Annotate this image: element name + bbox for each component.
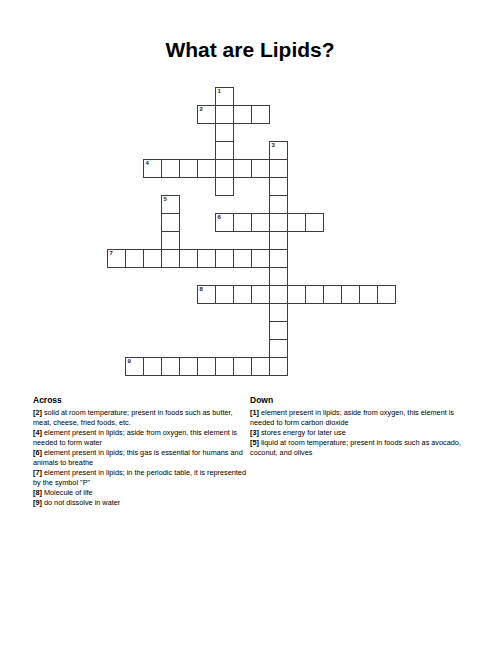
grid-cell[interactable] [233, 105, 252, 124]
clue-number: [8] [33, 488, 42, 497]
clue-text: element present in lipids; aside from ox… [250, 408, 454, 427]
grid-cell[interactable] [215, 285, 234, 304]
clue-text: Molecule of life [44, 488, 93, 497]
grid-cell[interactable] [161, 213, 180, 232]
clue-number: [5] [250, 438, 259, 447]
clue-text: solid at room temperature; present in fo… [33, 408, 233, 427]
clue-text: stores energy for later use [261, 428, 346, 437]
clue-number: [6] [33, 448, 42, 457]
across-clues: Across [2] solid at room temperature; pr… [33, 395, 249, 508]
cell-number: 8 [200, 286, 203, 293]
grid-cell[interactable] [269, 267, 288, 286]
clue-number: [9] [33, 498, 42, 507]
crossword-grid: 123456789 [107, 87, 396, 376]
grid-cell[interactable] [197, 159, 216, 178]
grid-cell[interactable] [125, 249, 144, 268]
clue-text: element present in lipids; this gas is e… [33, 448, 243, 467]
clue-item: [8] Molecule of life [33, 488, 249, 498]
grid-cell[interactable]: 5 [161, 195, 180, 214]
cell-number: 3 [272, 142, 275, 149]
grid-cell[interactable]: 1 [215, 87, 234, 106]
grid-cell[interactable] [143, 249, 162, 268]
grid-cell[interactable] [251, 285, 270, 304]
down-clues-header: Down [250, 395, 468, 405]
grid-cell[interactable] [161, 231, 180, 250]
across-clues-header: Across [33, 395, 249, 405]
clue-item: [3] stores energy for later use [250, 428, 468, 438]
grid-cell[interactable] [215, 141, 234, 160]
cell-number: 9 [128, 358, 131, 365]
grid-cell[interactable] [377, 285, 396, 304]
grid-cell[interactable] [269, 285, 288, 304]
grid-cell[interactable] [269, 159, 288, 178]
clue-item: [1] element present in lipids; aside fro… [250, 408, 468, 428]
clue-item: [9] do not dissolve in water [33, 498, 249, 508]
grid-cell[interactable] [251, 249, 270, 268]
clue-number: [7] [33, 468, 42, 477]
clue-item: [6] element present in lipids; this gas … [33, 448, 249, 468]
cell-number: 6 [218, 214, 221, 221]
grid-cell[interactable]: 7 [107, 249, 126, 268]
grid-cell[interactable] [287, 285, 306, 304]
grid-cell[interactable] [197, 249, 216, 268]
grid-cell[interactable] [215, 123, 234, 142]
clue-text: do not dissolve in water [44, 498, 120, 507]
grid-cell[interactable] [269, 177, 288, 196]
grid-cell[interactable] [269, 339, 288, 358]
grid-cell[interactable] [269, 303, 288, 322]
cell-number: 2 [200, 106, 203, 113]
grid-cell[interactable] [251, 213, 270, 232]
grid-cell[interactable] [251, 357, 270, 376]
cell-number: 1 [218, 88, 221, 95]
grid-cell[interactable] [269, 249, 288, 268]
grid-cell[interactable] [359, 285, 378, 304]
grid-cell[interactable] [269, 231, 288, 250]
grid-cell[interactable] [269, 195, 288, 214]
grid-cell[interactable] [215, 177, 234, 196]
grid-cell[interactable] [161, 159, 180, 178]
clue-text: element present in lipids; in the period… [33, 468, 246, 487]
cell-number: 4 [146, 160, 149, 167]
clue-item: [4] element present in lipids; aside fro… [33, 428, 249, 448]
across-clues-list: [2] solid at room temperature; present i… [33, 408, 249, 508]
clue-number: [3] [250, 428, 259, 437]
grid-cell[interactable]: 2 [197, 105, 216, 124]
grid-cell[interactable] [233, 159, 252, 178]
grid-cell[interactable] [269, 213, 288, 232]
grid-cell[interactable] [305, 285, 324, 304]
grid-cell[interactable] [287, 213, 306, 232]
grid-cell[interactable] [251, 159, 270, 178]
grid-cell[interactable] [143, 357, 162, 376]
down-clues-list: [1] element present in lipids; aside fro… [250, 408, 468, 458]
clue-item: [5] liquid at room temperature; present … [250, 438, 468, 458]
clue-text: liquid at room temperature; present in f… [250, 438, 461, 457]
down-clues: Down [1] element present in lipids; asid… [250, 395, 468, 458]
grid-cell[interactable] [215, 159, 234, 178]
clue-number: [2] [33, 408, 42, 417]
grid-cell[interactable] [215, 249, 234, 268]
cell-number: 7 [110, 250, 113, 257]
grid-cell[interactable] [233, 357, 252, 376]
grid-cell[interactable] [251, 105, 270, 124]
grid-cell[interactable] [215, 105, 234, 124]
grid-cell[interactable] [233, 213, 252, 232]
cell-number: 5 [164, 196, 167, 203]
grid-cell[interactable] [215, 357, 234, 376]
grid-cell[interactable]: 9 [125, 357, 144, 376]
page-title: What are Lipids? [0, 38, 500, 62]
grid-cell[interactable] [269, 321, 288, 340]
clue-item: [7] element present in lipids; in the pe… [33, 468, 249, 488]
grid-cell[interactable] [233, 249, 252, 268]
grid-cell[interactable] [305, 213, 324, 232]
grid-cell[interactable] [179, 159, 198, 178]
clue-text: element present in lipids; aside from ox… [33, 428, 237, 447]
grid-cell[interactable]: 3 [269, 141, 288, 160]
clue-item: [2] solid at room temperature; present i… [33, 408, 249, 428]
grid-cell[interactable] [197, 357, 216, 376]
clue-number: [1] [250, 408, 259, 417]
grid-cell[interactable] [323, 285, 342, 304]
grid-cell[interactable]: 8 [197, 285, 216, 304]
grid-cell[interactable] [233, 285, 252, 304]
grid-cell[interactable] [161, 249, 180, 268]
crossword-page: What are Lipids? 123456789 Across [2] so… [0, 0, 500, 647]
grid-cell[interactable] [179, 357, 198, 376]
grid-cell[interactable] [269, 357, 288, 376]
grid-cell[interactable] [179, 249, 198, 268]
grid-cell[interactable]: 6 [215, 213, 234, 232]
grid-cell[interactable] [341, 285, 360, 304]
grid-cell[interactable]: 4 [143, 159, 162, 178]
grid-cell[interactable] [161, 357, 180, 376]
clue-number: [4] [33, 428, 42, 437]
